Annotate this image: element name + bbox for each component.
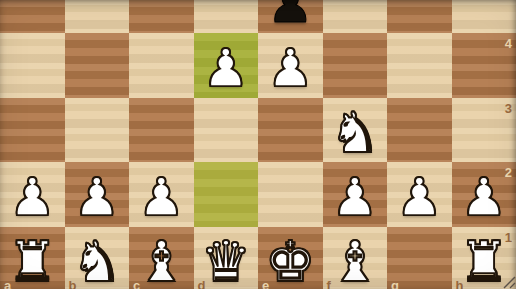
white-pawn[interactable]: ♟ bbox=[396, 171, 443, 223]
white-knight[interactable]: ♞ bbox=[72, 234, 122, 289]
white-pawn[interactable]: ♟ bbox=[73, 171, 120, 223]
square-h5[interactable]: 5 bbox=[452, 0, 516, 33]
square-e2[interactable] bbox=[258, 162, 323, 227]
square-f3[interactable]: ♞ bbox=[323, 98, 388, 163]
white-pawn[interactable]: ♟ bbox=[331, 171, 378, 223]
square-c3[interactable] bbox=[129, 98, 194, 163]
square-f5[interactable] bbox=[323, 0, 388, 33]
white-rook[interactable]: ♜ bbox=[7, 234, 57, 289]
square-d5[interactable] bbox=[194, 0, 259, 33]
white-pawn[interactable]: ♟ bbox=[9, 171, 56, 223]
chess-board-viewport: 876♟5♟♟4♞3♟♟♟♟♟2♟a♜b♞c♝d♛e♚f♝g1h♜ bbox=[0, 0, 516, 289]
square-c4[interactable] bbox=[129, 33, 194, 98]
square-a5[interactable] bbox=[0, 0, 65, 33]
square-g5[interactable] bbox=[387, 0, 452, 33]
square-d1[interactable]: d♛ bbox=[194, 227, 259, 289]
square-b3[interactable] bbox=[65, 98, 130, 163]
square-a2[interactable]: ♟ bbox=[0, 162, 65, 227]
square-e3[interactable] bbox=[258, 98, 323, 163]
square-b1[interactable]: b♞ bbox=[65, 227, 130, 289]
white-pawn[interactable]: ♟ bbox=[138, 171, 185, 223]
white-knight[interactable]: ♞ bbox=[330, 105, 380, 161]
white-pawn[interactable]: ♟ bbox=[460, 171, 507, 223]
square-h2[interactable]: 2♟ bbox=[452, 162, 516, 227]
square-c1[interactable]: c♝ bbox=[129, 227, 194, 289]
square-g3[interactable] bbox=[387, 98, 452, 163]
square-f2[interactable]: ♟ bbox=[323, 162, 388, 227]
white-bishop[interactable]: ♝ bbox=[136, 234, 186, 289]
square-c2[interactable]: ♟ bbox=[129, 162, 194, 227]
square-e5[interactable]: ♟ bbox=[258, 0, 323, 33]
white-bishop[interactable]: ♝ bbox=[330, 234, 380, 289]
square-e4[interactable]: ♟ bbox=[258, 33, 323, 98]
square-a4[interactable] bbox=[0, 33, 65, 98]
white-pawn[interactable]: ♟ bbox=[267, 42, 314, 94]
square-b2[interactable]: ♟ bbox=[65, 162, 130, 227]
white-pawn[interactable]: ♟ bbox=[202, 42, 249, 94]
chess-board: 876♟5♟♟4♞3♟♟♟♟♟2♟a♜b♞c♝d♛e♚f♝g1h♜ bbox=[0, 0, 516, 289]
square-a3[interactable] bbox=[0, 98, 65, 163]
white-king[interactable]: ♚ bbox=[265, 234, 315, 289]
square-a1[interactable]: a♜ bbox=[0, 227, 65, 289]
square-h3[interactable]: 3 bbox=[452, 98, 516, 163]
square-d3[interactable] bbox=[194, 98, 259, 163]
square-d2[interactable] bbox=[194, 162, 259, 227]
square-g1[interactable]: g bbox=[387, 227, 452, 289]
square-g4[interactable] bbox=[387, 33, 452, 98]
square-b5[interactable] bbox=[65, 0, 130, 33]
resize-handle-icon[interactable] bbox=[500, 273, 516, 289]
black-pawn[interactable]: ♟ bbox=[267, 0, 314, 30]
rank-label-4: 4 bbox=[505, 36, 512, 51]
square-b4[interactable] bbox=[65, 33, 130, 98]
square-f4[interactable] bbox=[323, 33, 388, 98]
square-c5[interactable] bbox=[129, 0, 194, 33]
rank-label-3: 3 bbox=[505, 101, 512, 116]
file-label-g: g bbox=[391, 278, 399, 289]
square-d4[interactable]: ♟ bbox=[194, 33, 259, 98]
square-h4[interactable]: 4 bbox=[452, 33, 516, 98]
white-queen[interactable]: ♛ bbox=[201, 234, 251, 289]
square-g2[interactable]: ♟ bbox=[387, 162, 452, 227]
square-f1[interactable]: f♝ bbox=[323, 227, 388, 289]
square-e1[interactable]: e♚ bbox=[258, 227, 323, 289]
